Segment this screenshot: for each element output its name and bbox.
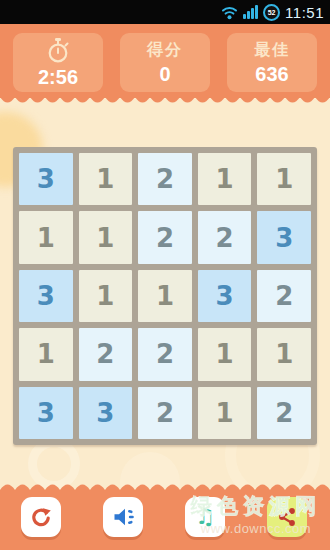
grid-cell[interactable]: 1 — [198, 328, 252, 380]
grid-cell[interactable]: 3 — [19, 387, 73, 439]
footer-wave-edge — [0, 479, 330, 490]
grid-cell[interactable]: 1 — [79, 153, 133, 205]
stopwatch-icon — [45, 37, 71, 64]
best-panel: 最佳 636 — [227, 33, 317, 92]
grid-cell[interactable]: 1 — [138, 270, 192, 322]
grid-cell[interactable]: 1 — [198, 153, 252, 205]
restart-icon — [29, 505, 53, 529]
grid-cell[interactable]: 2 — [138, 153, 192, 205]
grid-cell[interactable]: 1 — [257, 328, 311, 380]
battery-indicator: 52 — [263, 4, 280, 21]
game-board: 3121111223311321221133212 — [13, 147, 317, 445]
share-button[interactable] — [267, 497, 307, 537]
grid-cell[interactable]: 2 — [138, 328, 192, 380]
battery-level: 52 — [268, 9, 276, 16]
signal-bars-icon — [243, 5, 258, 19]
grid-cell[interactable]: 1 — [79, 270, 133, 322]
music-button[interactable]: ♫ — [185, 497, 225, 537]
grid-cell[interactable]: 1 — [257, 153, 311, 205]
timer-panel: 2:56 — [13, 33, 103, 92]
music-note-icon: ♫ — [195, 506, 215, 528]
status-bar: 52 11:51 — [0, 0, 330, 24]
grid-cell[interactable]: 2 — [257, 387, 311, 439]
speaker-icon — [111, 505, 135, 529]
grid-cell[interactable]: 1 — [19, 211, 73, 263]
score-label: 得分 — [147, 40, 183, 61]
grid-cell[interactable]: 2 — [198, 211, 252, 263]
grid-cell[interactable]: 2 — [257, 270, 311, 322]
score-value: 0 — [159, 63, 170, 86]
grid-cell[interactable]: 2 — [79, 328, 133, 380]
header-wave-edge — [0, 97, 330, 108]
best-value: 636 — [255, 63, 288, 86]
share-icon — [276, 506, 298, 528]
grid-cell[interactable]: 1 — [198, 387, 252, 439]
grid-cell[interactable]: 1 — [19, 328, 73, 380]
score-panel: 得分 0 — [120, 33, 210, 92]
grid-cell[interactable]: 3 — [19, 270, 73, 322]
restart-button[interactable] — [21, 497, 61, 537]
grid-cell[interactable]: 3 — [19, 153, 73, 205]
grid-cell[interactable]: 3 — [198, 270, 252, 322]
grid-cell[interactable]: 3 — [79, 387, 133, 439]
grid-cell[interactable]: 3 — [257, 211, 311, 263]
wifi-icon — [221, 5, 238, 20]
best-label: 最佳 — [254, 40, 290, 61]
timer-value: 2:56 — [38, 66, 78, 89]
screen: 52 11:51 2:56 得分 0 最佳 636 31211112233113… — [0, 0, 330, 550]
clock-text: 11:51 — [285, 4, 324, 21]
grid-cell[interactable]: 1 — [79, 211, 133, 263]
grid-cell[interactable]: 2 — [138, 387, 192, 439]
sound-button[interactable] — [103, 497, 143, 537]
grid-cell[interactable]: 2 — [138, 211, 192, 263]
